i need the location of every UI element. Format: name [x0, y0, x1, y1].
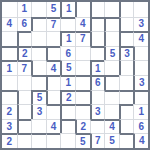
- cell-r6c7[interactable]: 6: [90, 75, 105, 90]
- cell-r4c8[interactable]: 5: [104, 46, 119, 61]
- cell-r5c6[interactable]: [75, 60, 90, 75]
- cell-r8c10[interactable]: 1: [133, 104, 148, 119]
- cell-r9c3[interactable]: [31, 119, 46, 134]
- cell-r6c4[interactable]: [46, 75, 61, 90]
- cell-r10c10[interactable]: 4: [133, 133, 148, 148]
- cell-r10c4[interactable]: [46, 133, 61, 148]
- cell-r3c2[interactable]: [17, 31, 32, 46]
- cell-r9c4[interactable]: 4: [46, 119, 61, 134]
- cell-r10c3[interactable]: [31, 133, 46, 148]
- cell-r4c9[interactable]: 3: [119, 46, 134, 61]
- cell-r10c7[interactable]: 7: [90, 133, 105, 148]
- cell-r2c2[interactable]: 6: [17, 17, 32, 32]
- cell-r4c2[interactable]: 2: [17, 46, 32, 61]
- cell-r1c6[interactable]: [75, 2, 90, 17]
- cell-r7c6[interactable]: [75, 90, 90, 105]
- cell-r8c3[interactable]: 3: [31, 104, 46, 119]
- cell-r1c4[interactable]: 5: [46, 2, 61, 17]
- cell-r10c2[interactable]: [17, 133, 32, 148]
- cell-r7c2[interactable]: [17, 90, 32, 105]
- cell-r5c10[interactable]: [133, 60, 148, 75]
- cell-r5c3[interactable]: [31, 60, 46, 75]
- cell-r10c8[interactable]: 5: [104, 133, 119, 148]
- cell-r9c8[interactable]: 4: [104, 119, 119, 134]
- cell-r2c8[interactable]: [104, 17, 119, 32]
- cell-r2c6[interactable]: 4: [75, 17, 90, 32]
- cell-r9c7[interactable]: [90, 119, 105, 134]
- cell-r10c9[interactable]: [119, 133, 134, 148]
- cell-r7c5[interactable]: 2: [60, 90, 75, 105]
- cell-r5c2[interactable]: 7: [17, 60, 32, 75]
- cell-r5c1[interactable]: 1: [2, 60, 17, 75]
- cell-r3c1[interactable]: [2, 31, 17, 46]
- cell-r9c2[interactable]: [17, 119, 32, 134]
- puzzle-stage: 151467431742653174511635223313424625754: [0, 0, 150, 150]
- cell-r8c7[interactable]: 3: [90, 104, 105, 119]
- cell-r3c5[interactable]: 1: [60, 31, 75, 46]
- cell-r9c10[interactable]: 6: [133, 119, 148, 134]
- cell-r5c8[interactable]: [104, 60, 119, 75]
- cell-r7c3[interactable]: 5: [31, 90, 46, 105]
- cell-r3c3[interactable]: [31, 31, 46, 46]
- cell-r4c5[interactable]: 6: [60, 46, 75, 61]
- cell-r7c4[interactable]: [46, 90, 61, 105]
- cell-r6c9[interactable]: [119, 75, 134, 90]
- cell-r3c9[interactable]: [119, 31, 134, 46]
- cell-r10c6[interactable]: 5: [75, 133, 90, 148]
- cell-r8c9[interactable]: [119, 104, 134, 119]
- cell-r9c5[interactable]: [60, 119, 75, 134]
- cell-r6c2[interactable]: [17, 75, 32, 90]
- cell-r7c1[interactable]: [2, 90, 17, 105]
- cell-r6c3[interactable]: [31, 75, 46, 90]
- cell-r2c9[interactable]: [119, 17, 134, 32]
- cell-r10c5[interactable]: [60, 133, 75, 148]
- cell-r4c4[interactable]: [46, 46, 61, 61]
- cell-r2c7[interactable]: [90, 17, 105, 32]
- cell-r2c4[interactable]: 7: [46, 17, 61, 32]
- cell-r3c10[interactable]: 4: [133, 31, 148, 46]
- cell-r1c9[interactable]: [119, 2, 134, 17]
- cell-r3c8[interactable]: [104, 31, 119, 46]
- cell-r6c1[interactable]: [2, 75, 17, 90]
- cell-r8c8[interactable]: [104, 104, 119, 119]
- cell-r7c9[interactable]: [119, 90, 134, 105]
- cell-r1c3[interactable]: [31, 2, 46, 17]
- cell-r2c1[interactable]: 4: [2, 17, 17, 32]
- cell-r7c10[interactable]: [133, 90, 148, 105]
- cell-r6c6[interactable]: [75, 75, 90, 90]
- cell-r1c7[interactable]: [90, 2, 105, 17]
- cell-r1c2[interactable]: 1: [17, 2, 32, 17]
- cell-r1c10[interactable]: [133, 2, 148, 17]
- suguru-board: 151467431742653174511635223313424625754: [0, 0, 150, 150]
- cell-r5c4[interactable]: 4: [46, 60, 61, 75]
- cell-r6c8[interactable]: [104, 75, 119, 90]
- cell-r4c7[interactable]: [90, 46, 105, 61]
- cell-r7c7[interactable]: [90, 90, 105, 105]
- cell-r8c6[interactable]: [75, 104, 90, 119]
- cell-r1c5[interactable]: 1: [60, 2, 75, 17]
- cell-r8c4[interactable]: [46, 104, 61, 119]
- cell-r1c8[interactable]: [104, 2, 119, 17]
- cell-r3c4[interactable]: [46, 31, 61, 46]
- cell-r6c10[interactable]: 3: [133, 75, 148, 90]
- cell-r4c3[interactable]: [31, 46, 46, 61]
- cell-r4c6[interactable]: [75, 46, 90, 61]
- cell-r6c5[interactable]: 1: [60, 75, 75, 90]
- cell-r9c6[interactable]: 2: [75, 119, 90, 134]
- cell-r3c6[interactable]: 7: [75, 31, 90, 46]
- cell-r2c10[interactable]: 3: [133, 17, 148, 32]
- cell-r5c7[interactable]: 1: [90, 60, 105, 75]
- cell-r9c9[interactable]: [119, 119, 134, 134]
- cell-r4c1[interactable]: [2, 46, 17, 61]
- cell-r7c8[interactable]: [104, 90, 119, 105]
- cell-r8c1[interactable]: 2: [2, 104, 17, 119]
- cell-r2c5[interactable]: [60, 17, 75, 32]
- cell-r10c1[interactable]: 2: [2, 133, 17, 148]
- cell-r9c1[interactable]: 3: [2, 119, 17, 134]
- cell-r5c9[interactable]: [119, 60, 134, 75]
- cell-r2c3[interactable]: [31, 17, 46, 32]
- cell-r3c7[interactable]: [90, 31, 105, 46]
- cell-r8c2[interactable]: [17, 104, 32, 119]
- cell-r4c10[interactable]: [133, 46, 148, 61]
- cell-r5c5[interactable]: 5: [60, 60, 75, 75]
- cell-r1c1[interactable]: [2, 2, 17, 17]
- cell-r8c5[interactable]: [60, 104, 75, 119]
